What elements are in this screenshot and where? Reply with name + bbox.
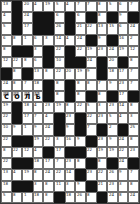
cell-r3c13[interactable]: 24 xyxy=(128,23,139,34)
cell-number: 22 xyxy=(87,114,92,118)
cell-number: 8 xyxy=(130,137,133,141)
cell-r7c6[interactable]: 22 xyxy=(54,68,65,79)
cell-r16c11[interactable]: 26 xyxy=(107,169,118,180)
cell-number: 8 xyxy=(3,47,6,51)
black-cell-r15c13 xyxy=(128,158,139,169)
cell-r7c5[interactable]: 8 xyxy=(43,68,54,79)
cell-r12c3[interactable]: 1 xyxy=(22,124,33,135)
cell-number: 8 xyxy=(119,193,122,197)
cell-r8c3[interactable]: 7 xyxy=(22,80,33,91)
cell-r6c4[interactable]: 6 xyxy=(33,57,44,68)
cell-r9c4[interactable]: 11ь xyxy=(33,91,44,102)
cell-r12c5[interactable]: 24 xyxy=(43,124,54,135)
cell-r18c5[interactable]: 8 xyxy=(43,192,54,203)
cell-number: 4 xyxy=(66,36,69,40)
cell-number: 6 xyxy=(34,58,37,62)
cell-number: 17 xyxy=(119,92,124,96)
cell-r8c8[interactable]: 8 xyxy=(75,80,86,91)
cell-r11c10[interactable]: 23 xyxy=(97,113,108,124)
cell-r8c2[interactable]: 8 xyxy=(12,80,23,91)
cell-number: 23 xyxy=(109,103,114,107)
cell-r17c12[interactable]: 3 xyxy=(118,181,129,192)
black-cell-r18c6 xyxy=(54,192,65,203)
cell-number: 3 xyxy=(66,182,69,186)
cell-r13c1[interactable]: 22 xyxy=(1,136,12,147)
cell-r11c7[interactable]: 23 xyxy=(65,113,76,124)
cell-r17c11[interactable]: 23 xyxy=(107,181,118,192)
cell-r7c7[interactable]: 20 xyxy=(65,68,76,79)
black-cell-r6c8 xyxy=(75,57,86,68)
cell-r17c13[interactable]: 8 xyxy=(128,181,139,192)
cell-number: 2 xyxy=(130,36,133,40)
cell-r11c11[interactable]: 5 xyxy=(107,113,118,124)
black-cell-r6c7 xyxy=(65,57,76,68)
cell-number: 13 xyxy=(98,24,103,28)
black-cell-r4c11 xyxy=(107,35,118,46)
cell-number: 7 xyxy=(77,2,80,6)
cell-r13c11[interactable]: 9 xyxy=(107,136,118,147)
cell-r8c10[interactable]: 7 xyxy=(97,80,108,91)
cell-r14c4[interactable]: 4 xyxy=(33,147,44,158)
black-cell-r2c4 xyxy=(33,12,44,23)
cell-r7c9[interactable]: 9 xyxy=(86,68,97,79)
cell-number: 22 xyxy=(13,148,18,152)
cell-number: 7 xyxy=(56,159,59,163)
cell-r6c1[interactable]: 12 xyxy=(1,57,12,68)
cell-r8c1[interactable]: 24 xyxy=(1,80,12,91)
cell-r17c4[interactable]: 3 xyxy=(33,181,44,192)
cell-r9c2[interactable]: 22о xyxy=(12,91,23,102)
cell-number: 7 xyxy=(87,2,90,6)
cell-r5c11[interactable]: 24 xyxy=(107,46,118,57)
cell-r17c6[interactable]: 11 xyxy=(54,181,65,192)
cell-number: 7 xyxy=(24,81,27,85)
cell-r7c12[interactable]: 17 xyxy=(118,68,129,79)
cell-r16c3[interactable]: 19 xyxy=(22,169,33,180)
cell-r14c10[interactable]: 19 xyxy=(97,147,108,158)
cell-number: 8 xyxy=(56,92,59,96)
cell-number: 9 xyxy=(77,182,80,186)
cell-r12c13[interactable]: 25 xyxy=(128,124,139,135)
cell-r13c6[interactable]: 3 xyxy=(54,136,65,147)
cell-r3c1[interactable]: 5 xyxy=(1,23,12,34)
cell-number: 8 xyxy=(66,103,69,107)
cell-r2c8[interactable]: 6 xyxy=(75,12,86,23)
cell-r6c13[interactable]: 8 xyxy=(128,57,139,68)
cell-r16c7[interactable]: 14 xyxy=(65,169,76,180)
cell-number: 19 xyxy=(45,2,50,6)
given-letter: ь xyxy=(34,93,43,101)
cell-number: 15 xyxy=(109,24,114,28)
cell-number: 7 xyxy=(130,69,133,73)
cell-number: 12 xyxy=(3,58,8,62)
cell-r1c7[interactable]: 4 xyxy=(65,1,76,12)
cell-r4c2[interactable]: 8 xyxy=(12,35,23,46)
cell-r4c8[interactable]: 24 xyxy=(75,35,86,46)
cell-number: 17 xyxy=(24,24,29,28)
black-cell-r12c6 xyxy=(54,124,65,135)
given-letter: л xyxy=(23,93,32,101)
black-cell-r9c11 xyxy=(107,91,118,102)
cell-r15c7[interactable]: 23 xyxy=(65,158,76,169)
black-cell-r5c7 xyxy=(65,46,76,57)
cell-number: 16 xyxy=(66,137,71,141)
cell-number: 22 xyxy=(3,137,8,141)
cell-number: 18 xyxy=(66,193,71,197)
cell-r13c12[interactable]: 24 xyxy=(118,136,129,147)
cell-r1c6[interactable]: 5 xyxy=(54,1,65,12)
cell-r1c5[interactable]: 19 xyxy=(43,1,54,12)
cell-r16c12[interactable]: 9 xyxy=(118,169,129,180)
cell-r6c6[interactable]: 10 xyxy=(54,57,65,68)
cell-number: 3 xyxy=(45,36,48,40)
cell-number: 24 xyxy=(130,193,135,197)
cell-r10c8[interactable]: 22 xyxy=(75,102,86,113)
cell-r18c7[interactable]: 18 xyxy=(65,192,76,203)
cell-r16c2[interactable]: 4 xyxy=(12,169,23,180)
cell-number: 9 xyxy=(77,137,80,141)
cell-number: 9 xyxy=(119,170,122,174)
cell-number: 4 xyxy=(34,103,37,107)
cell-r16c4[interactable]: 8 xyxy=(33,169,44,180)
cell-r11c4[interactable]: 7 xyxy=(33,113,44,124)
cell-r18c3[interactable]: 1 xyxy=(22,192,33,203)
cell-r5c4[interactable]: 3 xyxy=(33,46,44,57)
cell-r11c13[interactable]: 3 xyxy=(128,113,139,124)
cell-r11c3[interactable]: 17 xyxy=(22,113,33,124)
cell-r17c8[interactable]: 9 xyxy=(75,181,86,192)
cell-r9c3[interactable]: 24л xyxy=(22,91,33,102)
cell-number: 11 xyxy=(56,182,61,186)
cell-r9c8[interactable]: 8 xyxy=(75,91,86,102)
cell-r11c12[interactable]: 4 xyxy=(118,113,129,124)
cell-r14c1[interactable]: 8 xyxy=(1,147,12,158)
cell-number: 9 xyxy=(98,36,101,40)
cell-number: 5 xyxy=(87,103,90,107)
cell-r13c10[interactable]: 23 xyxy=(97,136,108,147)
cell-r7c2[interactable]: 8 xyxy=(12,68,23,79)
cell-r10c7[interactable]: 8 xyxy=(65,102,76,113)
cell-r8c4[interactable]: 18 xyxy=(33,80,44,91)
cell-r15c1[interactable]: 22 xyxy=(1,158,12,169)
cell-number: 7 xyxy=(87,125,90,129)
cell-number: 4 xyxy=(119,114,122,118)
cell-number: 19 xyxy=(77,69,82,73)
cell-number: 19 xyxy=(56,103,61,107)
cell-r4c13[interactable]: 2 xyxy=(128,35,139,46)
black-cell-r2c5 xyxy=(43,12,54,23)
cell-r12c11[interactable]: 2 xyxy=(107,124,118,135)
cell-number: 8 xyxy=(98,13,101,17)
cell-r17c5[interactable]: 8 xyxy=(43,181,54,192)
cell-number: 19 xyxy=(24,170,29,174)
black-cell-r16c8 xyxy=(75,169,86,180)
cell-r18c4[interactable]: 18 xyxy=(33,192,44,203)
cell-r3c3[interactable]: 17 xyxy=(22,23,33,34)
given-letter: о xyxy=(13,93,22,101)
cell-r3c9[interactable]: 22 xyxy=(86,23,97,34)
cell-r1c11[interactable]: 5 xyxy=(107,1,118,12)
cell-r7c11[interactable]: 18 xyxy=(107,68,118,79)
cell-r8c9[interactable]: 8 xyxy=(86,80,97,91)
cell-number: 22 xyxy=(77,47,82,51)
cell-r18c8[interactable]: 26 xyxy=(75,192,86,203)
cell-r10c1[interactable]: 19 xyxy=(1,102,12,113)
cell-r16c1[interactable]: 13 xyxy=(1,169,12,180)
cell-r13c4[interactable]: 19 xyxy=(33,136,44,147)
cell-r18c11[interactable]: 24 xyxy=(107,192,118,203)
cell-r10c13[interactable]: 8 xyxy=(128,102,139,113)
cell-r14c6[interactable]: 17 xyxy=(54,147,65,158)
black-cell-r17c9 xyxy=(86,181,97,192)
cell-r18c9[interactable]: 8 xyxy=(86,192,97,203)
cell-r12c4[interactable]: 9 xyxy=(33,124,44,135)
cell-number: 20 xyxy=(109,58,114,62)
black-cell-r2c2 xyxy=(12,12,23,23)
cell-r4c7[interactable]: 4 xyxy=(65,35,76,46)
cell-number: 9 xyxy=(119,13,122,17)
cell-number: 3 xyxy=(98,103,101,107)
cell-r3c11[interactable]: 15 xyxy=(107,23,118,34)
cell-r1c13[interactable]: 7 xyxy=(128,1,139,12)
cell-r15c10[interactable]: 8 xyxy=(97,158,108,169)
cell-r14c9[interactable]: 22 xyxy=(86,147,97,158)
cell-r16c13[interactable]: 7 xyxy=(128,169,139,180)
cell-r1c3[interactable]: 20 xyxy=(22,1,33,12)
cell-number: 22 xyxy=(56,47,61,51)
cell-number: 22 xyxy=(13,58,18,62)
cell-r1c1[interactable]: 13 xyxy=(1,1,12,12)
black-cell-r5c2 xyxy=(12,46,23,57)
cell-r2c12[interactable]: 9 xyxy=(118,12,129,23)
cell-r3c8[interactable]: 21 xyxy=(75,23,86,34)
cell-r5c13[interactable]: 12 xyxy=(128,46,139,57)
cell-r15c5[interactable]: 17 xyxy=(43,158,54,169)
black-cell-r4c9 xyxy=(86,35,97,46)
cell-r8c12[interactable]: 23 xyxy=(118,80,129,91)
black-cell-r11c8 xyxy=(75,113,86,124)
cell-number: 19 xyxy=(34,137,39,141)
cell-r5c8[interactable]: 22 xyxy=(75,46,86,57)
cell-r15c12[interactable]: 24 xyxy=(118,158,129,169)
cell-number: 8 xyxy=(98,2,101,6)
cell-r6c11[interactable]: 20 xyxy=(107,57,118,68)
cell-r8c6[interactable]: 8 xyxy=(54,80,65,91)
cell-r1c9[interactable]: 7 xyxy=(86,1,97,12)
black-cell-r9c5 xyxy=(43,91,54,102)
cell-number: 9 xyxy=(13,125,16,129)
black-cell-r12c8 xyxy=(75,124,86,135)
cell-r5c1[interactable]: 8 xyxy=(1,46,12,57)
cell-number: 3 xyxy=(56,137,59,141)
cell-number: 12 xyxy=(24,148,29,152)
cell-r10c10[interactable]: 3 xyxy=(97,102,108,113)
cell-number: 10 xyxy=(3,125,8,129)
cell-r18c12[interactable]: 8 xyxy=(118,192,129,203)
cell-r2c3[interactable]: 24 xyxy=(22,12,33,23)
cell-number: 24 xyxy=(24,13,29,17)
black-cell-r13c2 xyxy=(12,136,23,147)
cell-r8c11[interactable]: 9 xyxy=(107,80,118,91)
cell-r14c2[interactable]: 22 xyxy=(12,147,23,158)
cell-r17c7[interactable]: 3 xyxy=(65,181,76,192)
black-cell-r12c10 xyxy=(97,124,108,135)
cell-r10c5[interactable]: 23 xyxy=(43,102,54,113)
cell-r11c5[interactable]: 4 xyxy=(43,113,54,124)
cell-number: 8 xyxy=(77,159,80,163)
cell-r10c12[interactable]: 14 xyxy=(118,102,129,113)
cell-number: 19 xyxy=(98,148,103,152)
cell-r6c3[interactable]: 8 xyxy=(22,57,33,68)
black-cell-r14c8 xyxy=(75,147,86,158)
cell-r7c4[interactable]: 13 xyxy=(33,68,44,79)
cell-number: 8 xyxy=(77,92,80,96)
cell-r9c10[interactable]: 8 xyxy=(97,91,108,102)
cell-r5c6[interactable]: 22 xyxy=(54,46,65,57)
cell-number: 14 xyxy=(56,36,61,40)
black-cell-r2c13 xyxy=(128,12,139,23)
black-cell-r8c7 xyxy=(65,80,76,91)
cell-r12c7[interactable]: 9 xyxy=(65,124,76,135)
black-cell-r3c2 xyxy=(12,23,23,34)
cell-number: 24 xyxy=(109,193,114,197)
cell-r4c3[interactable]: 1 xyxy=(22,35,33,46)
cell-r2c6[interactable]: 6 xyxy=(54,12,65,23)
cell-r12c9[interactable]: 7 xyxy=(86,124,97,135)
cell-r4c5[interactable]: 3 xyxy=(43,35,54,46)
cell-r10c4[interactable]: 4 xyxy=(33,102,44,113)
black-cell-r13c9 xyxy=(86,136,97,147)
black-cell-r14c5 xyxy=(43,147,54,158)
cell-r12c1[interactable]: 10 xyxy=(1,124,12,135)
cell-r18c1[interactable]: 5 xyxy=(1,192,12,203)
cell-r8c13[interactable]: 7 xyxy=(128,80,139,91)
cell-r9c6[interactable]: 8 xyxy=(54,91,65,102)
cell-number: 26 xyxy=(56,24,61,28)
cell-number: 13 xyxy=(3,2,8,6)
cell-r6c9[interactable]: 24 xyxy=(86,57,97,68)
cell-r16c9[interactable]: 23 xyxy=(86,169,97,180)
cell-r4c10[interactable]: 9 xyxy=(97,35,108,46)
cell-r10c9[interactable]: 5 xyxy=(86,102,97,113)
cell-r18c13[interactable]: 24 xyxy=(128,192,139,203)
cell-number: 3 xyxy=(119,182,122,186)
black-cell-r6c12 xyxy=(118,57,129,68)
cell-r9c1[interactable]: 23с xyxy=(1,91,12,102)
cell-r4c4[interactable]: 6 xyxy=(33,35,44,46)
cell-r4c12[interactable]: 16 xyxy=(118,35,129,46)
cell-r13c7[interactable]: 16 xyxy=(65,136,76,147)
cell-number: 23 xyxy=(87,170,92,174)
cell-r1c12[interactable]: 6 xyxy=(118,1,129,12)
cell-r14c13[interactable]: 23 xyxy=(128,147,139,158)
cell-r15c6[interactable]: 7 xyxy=(54,158,65,169)
cell-number: 24 xyxy=(119,137,124,141)
cell-r2c10[interactable]: 8 xyxy=(97,12,108,23)
cell-r12c2[interactable]: 9 xyxy=(12,124,23,135)
cell-r16c5[interactable]: 24 xyxy=(43,169,54,180)
cell-r1c4[interactable]: 4 xyxy=(33,1,44,12)
cell-number: 22 xyxy=(98,170,103,174)
cell-r6c2[interactable]: 22 xyxy=(12,57,23,68)
cell-number: 22 xyxy=(3,114,8,118)
cell-r17c1[interactable]: 18 xyxy=(1,181,12,192)
cell-r1c8[interactable]: 7 xyxy=(75,1,86,12)
cell-number: 8 xyxy=(13,69,16,73)
cell-r10c6[interactable]: 19 xyxy=(54,102,65,113)
cell-r13c8[interactable]: 9 xyxy=(75,136,86,147)
cell-number: 8 xyxy=(130,182,133,186)
cell-r5c10[interactable]: 23 xyxy=(97,46,108,57)
black-cell-r7c3 xyxy=(22,68,33,79)
black-cell-r3c5 xyxy=(43,23,54,34)
cell-r11c1[interactable]: 22 xyxy=(1,113,12,124)
cell-r10c3[interactable]: 18 xyxy=(22,102,33,113)
cell-r1c10[interactable]: 8 xyxy=(97,1,108,12)
cell-number: 9 xyxy=(66,125,69,129)
cell-r14c11[interactable]: 19 xyxy=(107,147,118,158)
cell-number: 5 xyxy=(109,2,112,6)
cell-number: 22 xyxy=(87,24,92,28)
cell-r2c1[interactable]: 4 xyxy=(1,12,12,23)
cell-r4c6[interactable]: 14 xyxy=(54,35,65,46)
cell-r15c4[interactable]: 18 xyxy=(33,158,44,169)
cell-r3c10[interactable]: 13 xyxy=(97,23,108,34)
cell-r13c13[interactable]: 8 xyxy=(128,136,139,147)
cell-number: 18 xyxy=(109,69,114,73)
black-cell-r11c6 xyxy=(54,113,65,124)
cell-r16c6[interactable]: 22 xyxy=(54,169,65,180)
cell-r9c12[interactable]: 17 xyxy=(118,91,129,102)
cell-r16c10[interactable]: 22 xyxy=(97,169,108,180)
black-cell-r9c13 xyxy=(128,91,139,102)
cell-r14c3[interactable]: 12 xyxy=(22,147,33,158)
cell-number: 9 xyxy=(87,69,90,73)
cell-r15c8[interactable]: 8 xyxy=(75,158,86,169)
black-cell-r6c10 xyxy=(97,57,108,68)
cell-number: 8 xyxy=(130,103,133,107)
cell-r14c12[interactable]: 22 xyxy=(118,147,129,158)
black-cell-r15c9 xyxy=(86,158,97,169)
cell-r10c11[interactable]: 23 xyxy=(107,102,118,113)
cell-r4c1[interactable]: 6 xyxy=(1,35,12,46)
cell-number: 8 xyxy=(34,170,37,174)
cell-r3c12[interactable]: 6 xyxy=(118,23,129,34)
cell-number: 23 xyxy=(45,103,50,107)
cell-r3c6[interactable]: 26 xyxy=(54,23,65,34)
cell-number: 5 xyxy=(109,114,112,118)
cell-number: 18 xyxy=(3,182,8,186)
cell-number: 7 xyxy=(98,81,101,85)
cell-r18c2[interactable]: 8 xyxy=(12,192,23,203)
cell-r5c9[interactable]: 19 xyxy=(86,46,97,57)
cell-number: 4 xyxy=(45,114,48,118)
black-cell-r18c10 xyxy=(97,192,108,203)
cell-number: 18 xyxy=(34,81,39,85)
cell-r7c13[interactable]: 7 xyxy=(128,68,139,79)
cell-number: 22 xyxy=(56,170,61,174)
cell-r5c12[interactable]: 19 xyxy=(118,46,129,57)
cell-r13c5[interactable]: 22 xyxy=(43,136,54,147)
cell-r7c8[interactable]: 19 xyxy=(75,68,86,79)
cell-r17c10[interactable]: 21 xyxy=(97,181,108,192)
cell-r11c9[interactable]: 22 xyxy=(86,113,97,124)
cell-number: 7 xyxy=(130,170,133,174)
cell-number: 3 xyxy=(130,114,133,118)
cell-number: 4 xyxy=(34,2,37,6)
cell-number: 23 xyxy=(119,81,124,85)
cell-number: 5 xyxy=(3,193,6,197)
